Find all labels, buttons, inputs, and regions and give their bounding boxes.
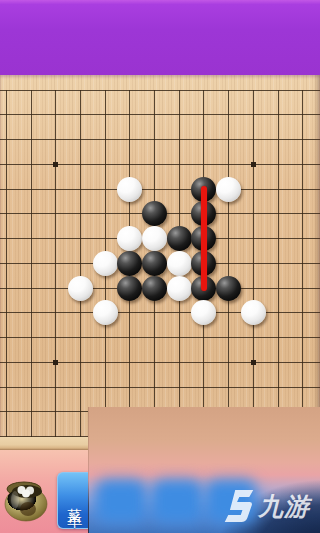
jiuyou-logo-icon <box>223 489 256 523</box>
grid-line-horizontal <box>0 90 320 91</box>
blurred-button[interactable] <box>95 479 147 523</box>
stone-bowl-icon <box>3 476 49 522</box>
grid-line-horizontal <box>0 362 320 363</box>
menu-button[interactable]: 菜单 <box>57 472 92 529</box>
white-stone <box>167 276 192 301</box>
grid-line-horizontal <box>0 114 320 115</box>
grid-line-horizontal <box>0 164 320 165</box>
grid-line-vertical <box>302 90 303 437</box>
white-stone <box>167 251 192 276</box>
grid-line-vertical <box>253 90 254 437</box>
star-point <box>251 162 256 167</box>
star-point <box>251 360 256 365</box>
grid-line-horizontal <box>0 337 320 338</box>
white-stone <box>93 300 118 325</box>
game-board <box>0 75 320 450</box>
white-stone <box>216 177 241 202</box>
black-stone <box>142 276 167 301</box>
grid-line-vertical <box>55 90 56 437</box>
black-stone <box>167 226 192 251</box>
grid-line-horizontal <box>0 312 320 313</box>
white-stone <box>241 300 266 325</box>
gomoku-grid[interactable] <box>0 90 320 437</box>
watermark: 九游 <box>225 489 310 523</box>
grid-line-horizontal <box>0 387 320 388</box>
black-stone <box>216 276 241 301</box>
blurred-menu-panel: 九游 <box>88 407 320 533</box>
watermark-text: 九游 <box>258 490 310 523</box>
star-point <box>53 360 58 365</box>
header-bar <box>0 0 320 75</box>
black-stone <box>142 201 167 226</box>
blurred-button[interactable] <box>151 479 203 523</box>
grid-line-horizontal <box>0 139 320 140</box>
grid-line-vertical <box>6 90 7 437</box>
grid-line-vertical <box>228 90 229 437</box>
white-stone <box>191 300 216 325</box>
winning-line <box>201 186 207 291</box>
white-stone <box>93 251 118 276</box>
white-stone <box>68 276 93 301</box>
stone-bowl-graphic <box>3 476 49 522</box>
white-stone <box>117 226 142 251</box>
grid-line-vertical <box>278 90 279 437</box>
white-stone <box>142 226 167 251</box>
grid-line-vertical <box>80 90 81 437</box>
menu-button-label: 菜单 <box>68 496 83 506</box>
black-stone <box>142 251 167 276</box>
board-edge-shadow <box>314 75 320 437</box>
star-point <box>53 162 58 167</box>
black-stone <box>117 251 142 276</box>
black-stone <box>117 276 142 301</box>
grid-line-horizontal <box>0 189 320 190</box>
grid-line-vertical <box>31 90 32 437</box>
white-stone <box>117 177 142 202</box>
